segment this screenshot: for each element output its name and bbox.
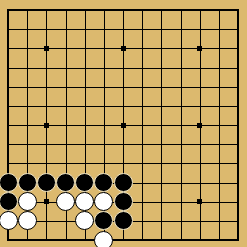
- grid-line-horizontal: [7, 239, 239, 241]
- black-stone: [114, 211, 133, 230]
- hoshi-point: [121, 46, 126, 51]
- go-board: [0, 0, 247, 247]
- white-stone: [94, 231, 113, 247]
- white-stone: [75, 211, 94, 230]
- grid-line-horizontal: [7, 144, 239, 145]
- black-stone: [0, 192, 18, 211]
- white-stone: [18, 211, 37, 230]
- black-stone: [94, 173, 113, 192]
- black-stone: [0, 173, 18, 192]
- hoshi-point: [197, 46, 202, 51]
- grid-line-horizontal: [7, 163, 239, 164]
- black-stone: [114, 173, 133, 192]
- white-stone: [94, 192, 113, 211]
- black-stone: [18, 173, 37, 192]
- hoshi-point: [44, 123, 49, 128]
- grid-line-vertical: [237, 9, 239, 241]
- hoshi-point: [197, 199, 202, 204]
- hoshi-point: [44, 199, 49, 204]
- black-stone: [56, 173, 75, 192]
- black-stone: [94, 211, 113, 230]
- black-stone: [37, 173, 56, 192]
- black-stone: [114, 192, 133, 211]
- grid-line-vertical: [161, 9, 162, 241]
- grid-line-vertical: [219, 9, 220, 241]
- white-stone: [56, 192, 75, 211]
- hoshi-point: [121, 123, 126, 128]
- white-stone: [75, 192, 94, 211]
- white-stone: [0, 211, 18, 230]
- hoshi-point: [44, 46, 49, 51]
- white-stone: [18, 192, 37, 211]
- grid-line-vertical: [181, 9, 182, 241]
- grid-line-vertical: [142, 9, 143, 241]
- black-stone: [75, 173, 94, 192]
- go-board-diagram: [0, 0, 247, 247]
- hoshi-point: [197, 123, 202, 128]
